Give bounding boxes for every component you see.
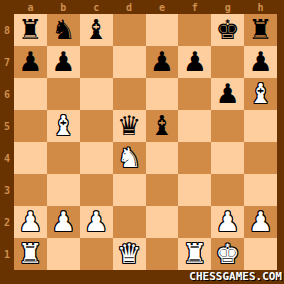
square-f8[interactable] xyxy=(178,14,211,46)
piece-black-pawn: ♟ xyxy=(150,46,174,78)
square-e3[interactable] xyxy=(146,174,179,206)
square-a7[interactable]: ♟ xyxy=(14,46,47,78)
square-f1[interactable]: ♜ xyxy=(178,238,211,270)
piece-black-pawn: ♟ xyxy=(248,46,272,78)
square-e6[interactable] xyxy=(146,78,179,110)
file-label-f: f xyxy=(178,0,211,14)
square-e5[interactable]: ♝ xyxy=(146,110,179,142)
square-d6[interactable] xyxy=(113,78,146,110)
square-b1[interactable] xyxy=(47,238,80,270)
piece-black-knight: ♞ xyxy=(51,14,75,46)
piece-white-rook: ♜ xyxy=(183,238,207,270)
piece-white-bishop: ♝ xyxy=(248,78,272,110)
file-labels: abcdefgh xyxy=(14,0,277,14)
file-label-e: e xyxy=(146,0,179,14)
square-c5[interactable] xyxy=(80,110,113,142)
square-g6[interactable]: ♟ xyxy=(211,78,244,110)
square-c6[interactable] xyxy=(80,78,113,110)
piece-black-pawn: ♟ xyxy=(51,46,75,78)
chess-diagram: abcdefgh 87654321 ♜♞♝♚♜♟♟♟♟♟♟♝♝♛♝♞♟♟♟♟♟♜… xyxy=(0,0,284,284)
square-d3[interactable] xyxy=(113,174,146,206)
square-b8[interactable]: ♞ xyxy=(47,14,80,46)
piece-white-rook: ♜ xyxy=(18,238,42,270)
square-d4[interactable]: ♞ xyxy=(113,142,146,174)
square-f2[interactable] xyxy=(178,206,211,238)
piece-black-bishop: ♝ xyxy=(150,110,174,142)
square-g1[interactable]: ♚ xyxy=(211,238,244,270)
file-label-b: b xyxy=(47,0,80,14)
square-a3[interactable] xyxy=(14,174,47,206)
file-label-d: d xyxy=(113,0,146,14)
square-e2[interactable] xyxy=(146,206,179,238)
site-watermark: CHESSGAMES.COM xyxy=(189,270,282,284)
rank-label-3: 3 xyxy=(0,174,14,206)
square-e7[interactable]: ♟ xyxy=(146,46,179,78)
square-h8[interactable]: ♜ xyxy=(244,14,277,46)
square-h1[interactable] xyxy=(244,238,277,270)
piece-white-pawn: ♟ xyxy=(18,206,42,238)
square-c7[interactable] xyxy=(80,46,113,78)
piece-black-king: ♚ xyxy=(216,14,240,46)
rank-labels: 87654321 xyxy=(0,14,14,270)
rank-label-7: 7 xyxy=(0,46,14,78)
piece-black-rook: ♜ xyxy=(18,14,42,46)
square-g3[interactable] xyxy=(211,174,244,206)
file-label-c: c xyxy=(80,0,113,14)
square-g7[interactable] xyxy=(211,46,244,78)
square-b7[interactable]: ♟ xyxy=(47,46,80,78)
square-g4[interactable] xyxy=(211,142,244,174)
rank-label-6: 6 xyxy=(0,78,14,110)
piece-white-king: ♚ xyxy=(216,238,240,270)
square-a1[interactable]: ♜ xyxy=(14,238,47,270)
piece-black-bishop: ♝ xyxy=(84,14,108,46)
square-f6[interactable] xyxy=(178,78,211,110)
square-f7[interactable]: ♟ xyxy=(178,46,211,78)
chess-board: ♜♞♝♚♜♟♟♟♟♟♟♝♝♛♝♞♟♟♟♟♟♜♛♜♚ xyxy=(14,14,277,270)
square-f5[interactable] xyxy=(178,110,211,142)
square-a4[interactable] xyxy=(14,142,47,174)
piece-white-pawn: ♟ xyxy=(248,206,272,238)
file-label-a: a xyxy=(14,0,47,14)
square-c1[interactable] xyxy=(80,238,113,270)
rank-label-1: 1 xyxy=(0,238,14,270)
square-b2[interactable]: ♟ xyxy=(47,206,80,238)
piece-white-knight: ♞ xyxy=(117,142,141,174)
square-h3[interactable] xyxy=(244,174,277,206)
piece-black-pawn: ♟ xyxy=(18,46,42,78)
square-e4[interactable] xyxy=(146,142,179,174)
square-c8[interactable]: ♝ xyxy=(80,14,113,46)
square-d2[interactable] xyxy=(113,206,146,238)
square-g8[interactable]: ♚ xyxy=(211,14,244,46)
rank-label-5: 5 xyxy=(0,110,14,142)
square-h7[interactable]: ♟ xyxy=(244,46,277,78)
square-c2[interactable]: ♟ xyxy=(80,206,113,238)
square-a8[interactable]: ♜ xyxy=(14,14,47,46)
square-d8[interactable] xyxy=(113,14,146,46)
piece-black-pawn: ♟ xyxy=(216,78,240,110)
square-f4[interactable] xyxy=(178,142,211,174)
rank-label-8: 8 xyxy=(0,14,14,46)
piece-white-queen: ♛ xyxy=(117,238,141,270)
square-b5[interactable]: ♝ xyxy=(47,110,80,142)
square-e1[interactable] xyxy=(146,238,179,270)
piece-white-pawn: ♟ xyxy=(216,206,240,238)
square-c3[interactable] xyxy=(80,174,113,206)
piece-white-pawn: ♟ xyxy=(51,206,75,238)
square-e8[interactable] xyxy=(146,14,179,46)
square-a2[interactable]: ♟ xyxy=(14,206,47,238)
square-d5[interactable]: ♛ xyxy=(113,110,146,142)
square-b3[interactable] xyxy=(47,174,80,206)
square-h2[interactable]: ♟ xyxy=(244,206,277,238)
square-a6[interactable] xyxy=(14,78,47,110)
square-b4[interactable] xyxy=(47,142,80,174)
rank-label-2: 2 xyxy=(0,206,14,238)
file-label-g: g xyxy=(211,0,244,14)
rank-label-4: 4 xyxy=(0,142,14,174)
square-g2[interactable]: ♟ xyxy=(211,206,244,238)
square-d7[interactable] xyxy=(113,46,146,78)
square-a5[interactable] xyxy=(14,110,47,142)
square-b6[interactable] xyxy=(47,78,80,110)
piece-white-pawn: ♟ xyxy=(84,206,108,238)
square-c4[interactable] xyxy=(80,142,113,174)
piece-white-bishop: ♝ xyxy=(51,110,75,142)
square-h4[interactable] xyxy=(244,142,277,174)
piece-black-pawn: ♟ xyxy=(183,46,207,78)
square-h6[interactable]: ♝ xyxy=(244,78,277,110)
piece-black-queen: ♛ xyxy=(117,110,141,142)
square-g5[interactable] xyxy=(211,110,244,142)
square-d1[interactable]: ♛ xyxy=(113,238,146,270)
piece-black-rook: ♜ xyxy=(248,14,272,46)
square-f3[interactable] xyxy=(178,174,211,206)
square-h5[interactable] xyxy=(244,110,277,142)
file-label-h: h xyxy=(244,0,277,14)
